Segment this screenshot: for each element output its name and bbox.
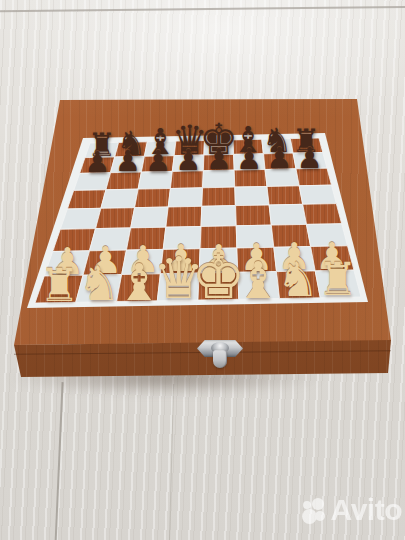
square-e7 — [203, 154, 234, 170]
square-g1 — [277, 271, 321, 299]
square-f6 — [234, 170, 267, 188]
square-e2 — [199, 248, 238, 273]
square-b6 — [106, 172, 141, 190]
square-h8 — [290, 138, 322, 153]
square-e8 — [204, 140, 234, 155]
square-d1 — [157, 273, 199, 301]
square-b8 — [115, 142, 148, 157]
square-d3 — [163, 227, 201, 250]
square-c6 — [138, 171, 172, 189]
square-h1 — [315, 270, 361, 298]
square-f7 — [234, 154, 266, 170]
square-e3 — [200, 226, 237, 249]
square-a7 — [80, 157, 115, 173]
square-d5 — [168, 188, 202, 207]
square-a4 — [60, 208, 101, 229]
square-f1 — [238, 272, 280, 300]
square-b2 — [83, 250, 126, 275]
square-d6 — [170, 171, 203, 189]
square-d8 — [174, 141, 204, 156]
square-g7 — [263, 153, 296, 169]
square-d2 — [160, 249, 200, 274]
square-f8 — [233, 139, 263, 154]
square-g2 — [274, 247, 315, 272]
square-b7 — [111, 156, 145, 172]
square-e6 — [203, 170, 235, 188]
square-f4 — [235, 205, 271, 226]
square-e5 — [202, 187, 236, 206]
square-g4 — [269, 204, 306, 225]
chess-board — [0, 0, 405, 540]
square-a5 — [67, 190, 106, 209]
square-d4 — [166, 206, 202, 227]
square-f3 — [236, 225, 274, 248]
square-g5 — [267, 186, 303, 205]
square-c7 — [141, 156, 174, 172]
square-b1 — [76, 275, 122, 303]
square-g6 — [265, 169, 299, 187]
square-f5 — [235, 187, 269, 206]
avito-logo-icon — [301, 497, 328, 524]
square-h7 — [293, 153, 327, 169]
square-b5 — [101, 189, 138, 208]
square-a8 — [85, 142, 119, 157]
square-a3 — [53, 229, 96, 252]
square-c8 — [144, 141, 176, 156]
square-b3 — [90, 228, 131, 251]
square-e4 — [201, 206, 236, 227]
square-c3 — [126, 227, 165, 250]
chess-set-photo: ♜♞♝♛♚♝♞♜♟♟♟♟♟♟♟♟♟♟♟♟♟♟♟♟♜♞♝♛♚♝♞♜ Avito — [0, 0, 405, 540]
square-c2 — [122, 249, 164, 274]
square-h6 — [296, 168, 332, 186]
square-d7 — [172, 155, 204, 171]
avito-wordmark: Avito — [331, 493, 402, 527]
square-h2 — [311, 246, 354, 271]
square-h4 — [303, 204, 342, 225]
square-g3 — [271, 224, 310, 247]
square-c1 — [117, 274, 161, 302]
square-c5 — [135, 189, 171, 208]
square-a6 — [74, 173, 111, 191]
square-b4 — [96, 208, 135, 229]
square-e1 — [198, 272, 239, 300]
square-h3 — [307, 224, 348, 247]
square-h5 — [299, 185, 336, 204]
square-c4 — [131, 207, 169, 228]
square-f2 — [237, 247, 277, 272]
square-g8 — [262, 139, 293, 154]
avito-watermark: Avito — [301, 493, 402, 527]
